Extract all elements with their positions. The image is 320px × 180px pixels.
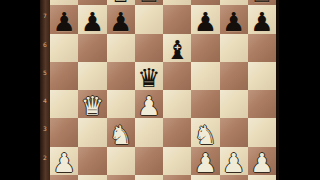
square-c4 xyxy=(107,90,135,118)
rank-label-2: 2 xyxy=(40,155,50,161)
square-g3 xyxy=(220,118,248,146)
square-f7: ♟ xyxy=(191,5,219,33)
board-right-edge xyxy=(276,0,279,180)
square-f6 xyxy=(191,34,219,62)
square-a7: ♟ xyxy=(50,5,78,33)
rank-label-5: 5 xyxy=(40,70,50,76)
square-a5 xyxy=(50,62,78,90)
letterbox-right xyxy=(279,0,320,180)
square-h4 xyxy=(248,90,276,118)
square-c8: ♚ xyxy=(107,0,135,5)
square-f1: ♜ xyxy=(191,175,219,180)
square-g5 xyxy=(220,62,248,90)
square-c3: ♞ xyxy=(107,118,135,146)
square-h5 xyxy=(248,62,276,90)
piece-black-queen: ♛ xyxy=(137,65,160,92)
square-h2: ♟ xyxy=(248,147,276,175)
square-a6 xyxy=(50,34,78,62)
square-h6 xyxy=(248,34,276,62)
square-a3 xyxy=(50,118,78,146)
square-a1: ♜ xyxy=(50,175,78,180)
square-a4 xyxy=(50,90,78,118)
piece-black-bishop: ♝ xyxy=(165,37,188,64)
piece-black-pawn: ♟ xyxy=(52,9,75,36)
square-e2 xyxy=(163,147,191,175)
piece-white-knight: ♞ xyxy=(109,122,132,149)
piece-white-rook: ♜ xyxy=(194,178,217,180)
square-c6 xyxy=(107,34,135,62)
square-d2 xyxy=(135,147,163,175)
square-c2 xyxy=(107,147,135,175)
piece-white-pawn: ♟ xyxy=(250,150,273,177)
square-b3 xyxy=(78,118,106,146)
chess-board: ♚♜♜♟♟♟♟♟♟♝♛♛♟♞♞♟♟♟♟♜♜♚ xyxy=(50,0,276,180)
square-g4 xyxy=(220,90,248,118)
rank-label-7: 7 xyxy=(40,13,50,19)
rank-label-6: 6 xyxy=(40,42,50,48)
video-frame: 765432 ♚♜♜♟♟♟♟♟♟♝♛♛♟♞♞♟♟♟♟♜♜♚ xyxy=(0,0,320,180)
square-g7: ♟ xyxy=(220,5,248,33)
square-c7: ♟ xyxy=(107,5,135,33)
piece-black-pawn: ♟ xyxy=(250,9,273,36)
square-f3: ♞ xyxy=(191,118,219,146)
square-b1 xyxy=(78,175,106,180)
piece-black-pawn: ♟ xyxy=(109,9,132,36)
square-b4: ♛ xyxy=(78,90,106,118)
square-h3 xyxy=(248,118,276,146)
square-b6 xyxy=(78,34,106,62)
piece-white-knight: ♞ xyxy=(194,122,217,149)
piece-white-pawn: ♟ xyxy=(222,150,245,177)
square-f4 xyxy=(191,90,219,118)
square-e4 xyxy=(163,90,191,118)
rank-label-3: 3 xyxy=(40,126,50,132)
piece-black-pawn: ♟ xyxy=(194,9,217,36)
square-e7 xyxy=(163,5,191,33)
square-d8: ♜ xyxy=(135,0,163,5)
square-a2: ♟ xyxy=(50,147,78,175)
square-g2: ♟ xyxy=(220,147,248,175)
square-h7: ♟ xyxy=(248,5,276,33)
square-d1 xyxy=(135,175,163,180)
piece-white-queen: ♛ xyxy=(81,93,104,120)
piece-white-rook: ♜ xyxy=(52,178,75,180)
letterbox-left xyxy=(0,0,40,180)
piece-black-pawn: ♟ xyxy=(81,9,104,36)
piece-white-pawn: ♟ xyxy=(194,150,217,177)
square-c1 xyxy=(107,175,135,180)
square-e3 xyxy=(163,118,191,146)
piece-white-pawn: ♟ xyxy=(137,93,160,120)
square-b5 xyxy=(78,62,106,90)
square-f2: ♟ xyxy=(191,147,219,175)
square-c5 xyxy=(107,62,135,90)
rank-label-4: 4 xyxy=(40,98,50,104)
square-e6: ♝ xyxy=(163,34,191,62)
piece-white-king: ♚ xyxy=(222,178,245,180)
square-d6 xyxy=(135,34,163,62)
square-d7 xyxy=(135,5,163,33)
square-b2 xyxy=(78,147,106,175)
square-f5 xyxy=(191,62,219,90)
board-left-border: 765432 xyxy=(40,0,50,180)
square-g6 xyxy=(220,34,248,62)
square-g1: ♚ xyxy=(220,175,248,180)
square-e1 xyxy=(163,175,191,180)
square-d4: ♟ xyxy=(135,90,163,118)
square-e5 xyxy=(163,62,191,90)
square-h8: ♜ xyxy=(248,0,276,5)
square-d5: ♛ xyxy=(135,62,163,90)
piece-black-pawn: ♟ xyxy=(222,9,245,36)
square-d3 xyxy=(135,118,163,146)
square-b7: ♟ xyxy=(78,5,106,33)
piece-black-rook: ♜ xyxy=(137,0,160,7)
piece-white-pawn: ♟ xyxy=(52,150,75,177)
